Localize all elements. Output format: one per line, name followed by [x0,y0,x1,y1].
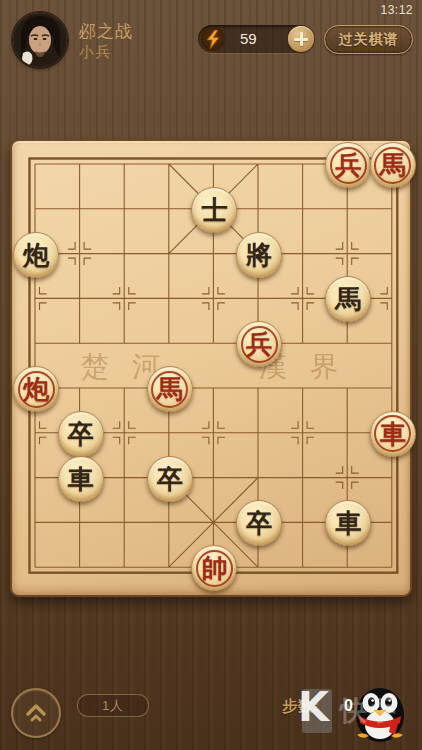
xiangqi-board[interactable]: 楚 河漢 界 兵馬士炮將馬兵炮馬卒車車卒卒車帥 [10,139,412,597]
piece-red-兵[interactable]: 兵 [325,142,371,188]
expand-button[interactable] [11,688,61,738]
level-title: 邲之战 [79,20,133,43]
piece-black-將[interactable]: 將 [236,232,282,278]
piece-black-卒[interactable]: 卒 [58,411,104,457]
energy-count: 59 [240,30,257,47]
piece-glyph: 炮 [23,376,49,402]
piece-glyph: 卒 [246,510,272,536]
piece-glyph: 車 [380,421,406,447]
qq-penguin-icon[interactable] [351,683,409,743]
piece-glyph: 車 [335,510,361,536]
piece-glyph: 將 [246,242,272,268]
piece-glyph: 卒 [157,466,183,492]
avatar-portrait [13,13,67,67]
piece-black-車[interactable]: 車 [58,456,104,502]
step-counter: 步数: 0 [282,697,353,716]
piece-glyph: 馬 [335,286,361,312]
piece-red-馬[interactable]: 馬 [147,366,193,412]
player-count-label: 1人 [102,697,124,715]
piece-glyph: 士 [201,197,227,223]
lightning-icon [201,27,225,51]
piece-glyph: 兵 [246,331,272,357]
piece-glyph: 帥 [201,555,227,581]
piece-red-炮[interactable]: 炮 [13,366,59,412]
clock: 13:12 [380,3,413,17]
piece-red-馬[interactable]: 馬 [370,142,416,188]
add-energy-button[interactable] [288,26,314,52]
piece-glyph: 馬 [380,152,406,178]
piece-red-車[interactable]: 車 [370,411,416,457]
piece-red-兵[interactable]: 兵 [236,321,282,367]
steps-label: 步数: [282,697,320,716]
piece-black-炮[interactable]: 炮 [13,232,59,278]
app-screen: 13:12 邲之战 小兵 59 过关棋谱 楚 河漢 界 兵馬士炮將馬兵炮馬卒車車… [0,0,422,750]
avatar[interactable] [13,13,67,67]
player-count-badge[interactable]: 1人 [77,694,149,717]
chevron-up-icon [23,700,49,726]
piece-black-卒[interactable]: 卒 [147,456,193,502]
puzzle-records-button[interactable]: 过关棋谱 [324,25,413,54]
piece-glyph: 炮 [23,242,49,268]
piece-black-士[interactable]: 士 [191,187,237,233]
piece-glyph: 馬 [157,376,183,402]
piece-glyph: 卒 [68,421,94,447]
player-rank: 小兵 [79,43,111,62]
piece-glyph: 兵 [335,152,361,178]
piece-glyph: 車 [68,466,94,492]
